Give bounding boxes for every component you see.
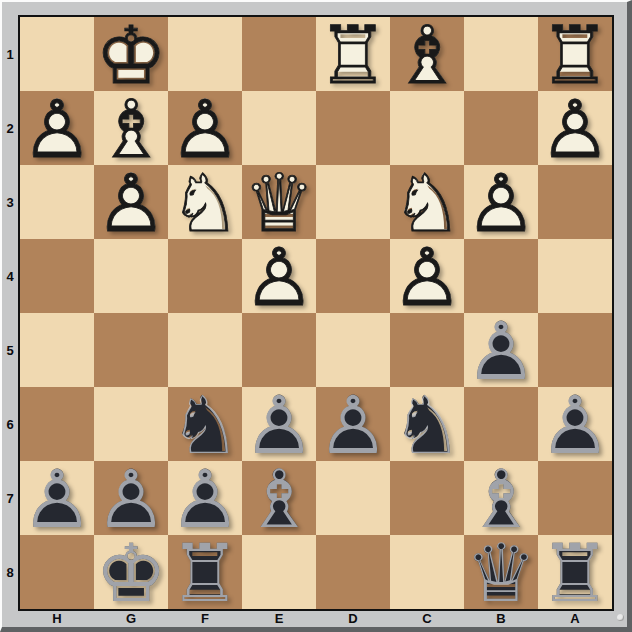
file-label-b: B (464, 611, 538, 626)
file-label-e: E (242, 611, 316, 626)
square-f5[interactable] (168, 313, 242, 387)
square-d2[interactable] (316, 91, 390, 165)
square-b5[interactable]: ♟♙ (464, 313, 538, 387)
square-f4[interactable] (168, 239, 242, 313)
piece-black-rook: ♜♖ (538, 535, 612, 609)
piece-white-knight: ♞♘ (390, 165, 464, 239)
square-h1[interactable] (20, 17, 94, 91)
square-b7[interactable]: ♝♗ (464, 461, 538, 535)
resize-grip-dot (617, 614, 624, 621)
square-e7[interactable]: ♝♗ (242, 461, 316, 535)
square-c7[interactable] (390, 461, 464, 535)
square-a1[interactable]: ♜♖ (538, 17, 612, 91)
square-h3[interactable] (20, 165, 94, 239)
piece-white-pawn: ♟♙ (20, 91, 94, 165)
square-d3[interactable] (316, 165, 390, 239)
square-g5[interactable] (94, 313, 168, 387)
square-e2[interactable] (242, 91, 316, 165)
square-g2[interactable]: ♝♗ (94, 91, 168, 165)
square-f8[interactable]: ♜♖ (168, 535, 242, 609)
square-f1[interactable] (168, 17, 242, 91)
piece-black-king: ♚♔ (94, 535, 168, 609)
rank-label-7: 7 (2, 461, 18, 535)
square-b8[interactable]: ♛♕ (464, 535, 538, 609)
piece-white-bishop: ♝♗ (94, 91, 168, 165)
square-g4[interactable] (94, 239, 168, 313)
square-g1[interactable]: ♚♔ (94, 17, 168, 91)
square-h4[interactable] (20, 239, 94, 313)
rank-labels: 12345678 (2, 17, 18, 609)
square-d6[interactable]: ♟♙ (316, 387, 390, 461)
square-f6[interactable]: ♞♘ (168, 387, 242, 461)
square-e1[interactable] (242, 17, 316, 91)
piece-white-pawn: ♟♙ (94, 165, 168, 239)
square-a6[interactable]: ♟♙ (538, 387, 612, 461)
piece-white-queen: ♛♕ (242, 165, 316, 239)
piece-black-pawn: ♟♙ (538, 387, 612, 461)
square-d8[interactable] (316, 535, 390, 609)
square-e3[interactable]: ♛♕ (242, 165, 316, 239)
piece-white-pawn: ♟♙ (242, 239, 316, 313)
square-e8[interactable] (242, 535, 316, 609)
piece-white-pawn: ♟♙ (464, 165, 538, 239)
rank-label-8: 8 (2, 535, 18, 609)
piece-black-rook: ♜♖ (168, 535, 242, 609)
square-c1[interactable]: ♝♗ (390, 17, 464, 91)
piece-black-bishop: ♝♗ (464, 461, 538, 535)
square-h6[interactable] (20, 387, 94, 461)
piece-white-pawn: ♟♙ (538, 91, 612, 165)
file-label-f: F (168, 611, 242, 626)
rank-label-3: 3 (2, 165, 18, 239)
piece-white-pawn: ♟♙ (390, 239, 464, 313)
square-a7[interactable] (538, 461, 612, 535)
rank-label-5: 5 (2, 313, 18, 387)
square-g8[interactable]: ♚♔ (94, 535, 168, 609)
piece-black-queen: ♛♕ (464, 535, 538, 609)
piece-black-pawn: ♟♙ (242, 387, 316, 461)
piece-black-pawn: ♟♙ (316, 387, 390, 461)
file-label-d: D (316, 611, 390, 626)
square-h2[interactable]: ♟♙ (20, 91, 94, 165)
square-f2[interactable]: ♟♙ (168, 91, 242, 165)
piece-black-knight: ♞♘ (390, 387, 464, 461)
square-e5[interactable] (242, 313, 316, 387)
square-a3[interactable] (538, 165, 612, 239)
square-h5[interactable] (20, 313, 94, 387)
piece-black-bishop: ♝♗ (242, 461, 316, 535)
square-a8[interactable]: ♜♖ (538, 535, 612, 609)
square-b1[interactable] (464, 17, 538, 91)
square-c8[interactable] (390, 535, 464, 609)
square-a4[interactable] (538, 239, 612, 313)
square-c3[interactable]: ♞♘ (390, 165, 464, 239)
piece-black-pawn: ♟♙ (94, 461, 168, 535)
piece-white-rook: ♜♖ (316, 17, 390, 91)
square-g3[interactable]: ♟♙ (94, 165, 168, 239)
square-b2[interactable] (464, 91, 538, 165)
square-g7[interactable]: ♟♙ (94, 461, 168, 535)
chess-app-window: 12345678 ♚♔♜♖♝♗♜♖♟♙♝♗♟♙♟♙♟♙♞♘♛♕♞♘♟♙♟♙♟♙♟… (0, 0, 632, 632)
piece-white-bishop: ♝♗ (390, 17, 464, 91)
file-labels: HGFEDCBA (20, 611, 612, 626)
square-h8[interactable] (20, 535, 94, 609)
file-label-a: A (538, 611, 612, 626)
square-d7[interactable] (316, 461, 390, 535)
square-g6[interactable] (94, 387, 168, 461)
square-e6[interactable]: ♟♙ (242, 387, 316, 461)
square-f3[interactable]: ♞♘ (168, 165, 242, 239)
piece-black-knight: ♞♘ (168, 387, 242, 461)
square-b4[interactable] (464, 239, 538, 313)
square-f7[interactable]: ♟♙ (168, 461, 242, 535)
piece-white-rook: ♜♖ (538, 17, 612, 91)
square-e4[interactable]: ♟♙ (242, 239, 316, 313)
file-label-c: C (390, 611, 464, 626)
square-c2[interactable] (390, 91, 464, 165)
rank-label-2: 2 (2, 91, 18, 165)
file-label-g: G (94, 611, 168, 626)
piece-black-pawn: ♟♙ (20, 461, 94, 535)
piece-black-pawn: ♟♙ (168, 461, 242, 535)
square-c6[interactable]: ♞♘ (390, 387, 464, 461)
square-d4[interactable] (316, 239, 390, 313)
square-d1[interactable]: ♜♖ (316, 17, 390, 91)
chess-board: ♚♔♜♖♝♗♜♖♟♙♝♗♟♙♟♙♟♙♞♘♛♕♞♘♟♙♟♙♟♙♟♙♞♘♟♙♟♙♞♘… (18, 15, 614, 611)
square-b3[interactable]: ♟♙ (464, 165, 538, 239)
rank-label-1: 1 (2, 17, 18, 91)
square-b6[interactable] (464, 387, 538, 461)
square-h7[interactable]: ♟♙ (20, 461, 94, 535)
square-a5[interactable] (538, 313, 612, 387)
rank-label-4: 4 (2, 239, 18, 313)
file-label-h: H (20, 611, 94, 626)
piece-black-pawn: ♟♙ (464, 313, 538, 387)
square-d5[interactable] (316, 313, 390, 387)
piece-white-pawn: ♟♙ (168, 91, 242, 165)
square-c4[interactable]: ♟♙ (390, 239, 464, 313)
square-a2[interactable]: ♟♙ (538, 91, 612, 165)
piece-white-knight: ♞♘ (168, 165, 242, 239)
rank-label-6: 6 (2, 387, 18, 461)
square-c5[interactable] (390, 313, 464, 387)
piece-white-king: ♚♔ (94, 17, 168, 91)
